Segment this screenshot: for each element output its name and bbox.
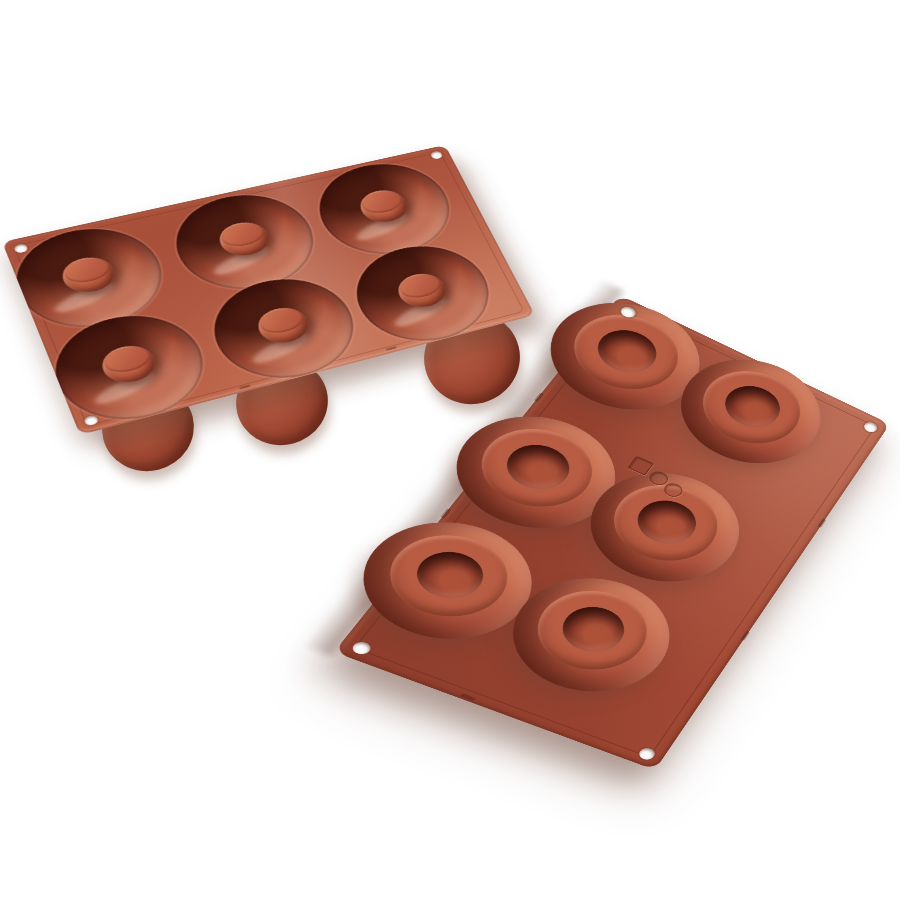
- dome-center-hole: [588, 322, 667, 380]
- dome-top-ring: [686, 357, 816, 457]
- scene: [0, 0, 900, 900]
- dome-center-hole: [405, 544, 494, 606]
- dome-center-hole: [496, 437, 580, 497]
- donut-mold-dome-side: [334, 295, 890, 770]
- dome-top-ring: [518, 577, 665, 684]
- cavity-center-post: [96, 341, 161, 388]
- dome-center-hole: [627, 493, 705, 552]
- dome-center-hole: [552, 599, 635, 659]
- dome-center-hole: [716, 378, 789, 434]
